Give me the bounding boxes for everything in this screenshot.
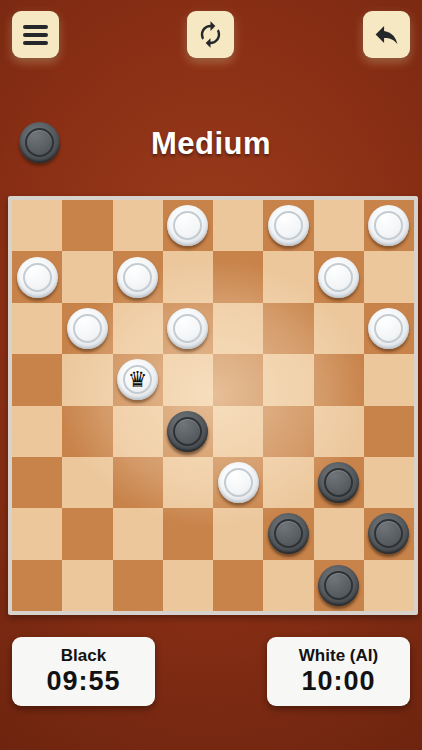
square-r0c3[interactable] <box>163 200 213 251</box>
square-r1c7 <box>364 251 414 302</box>
white-clock: White (AI) 10:00 <box>267 637 410 706</box>
checkers-board: ♛ <box>8 196 418 615</box>
square-r6c2 <box>113 508 163 559</box>
square-r6c1[interactable] <box>62 508 112 559</box>
difficulty-title: Medium <box>0 126 422 162</box>
board-grid: ♛ <box>12 200 414 611</box>
square-r5c1 <box>62 457 112 508</box>
square-r4c5[interactable] <box>263 406 313 457</box>
square-r2c2 <box>113 303 163 354</box>
black-man[interactable] <box>368 513 409 554</box>
square-r1c4[interactable] <box>213 251 263 302</box>
square-r3c5 <box>263 354 313 405</box>
white-man[interactable] <box>167 308 208 349</box>
white-man[interactable] <box>218 462 259 503</box>
square-r6c5[interactable] <box>263 508 313 559</box>
square-r6c3[interactable] <box>163 508 213 559</box>
square-r2c7[interactable] <box>364 303 414 354</box>
square-r4c7[interactable] <box>364 406 414 457</box>
square-r0c2 <box>113 200 163 251</box>
square-r6c7[interactable] <box>364 508 414 559</box>
white-man[interactable] <box>318 257 359 298</box>
black-clock: Black 09:55 <box>12 637 155 706</box>
square-r5c3 <box>163 457 213 508</box>
square-r7c7 <box>364 560 414 611</box>
square-r5c5 <box>263 457 313 508</box>
square-r0c0 <box>12 200 62 251</box>
square-r7c0[interactable] <box>12 560 62 611</box>
square-r1c5 <box>263 251 313 302</box>
square-r7c3 <box>163 560 213 611</box>
square-r3c4[interactable] <box>213 354 263 405</box>
hamburger-icon <box>23 25 48 45</box>
black-man[interactable] <box>268 513 309 554</box>
square-r2c4 <box>213 303 263 354</box>
white-man[interactable] <box>368 308 409 349</box>
square-r2c3[interactable] <box>163 303 213 354</box>
square-r4c0 <box>12 406 62 457</box>
square-r1c6[interactable] <box>314 251 364 302</box>
square-r5c6[interactable] <box>314 457 364 508</box>
square-r4c1[interactable] <box>62 406 112 457</box>
square-r0c7[interactable] <box>364 200 414 251</box>
square-r0c5[interactable] <box>263 200 313 251</box>
white-man[interactable] <box>67 308 108 349</box>
undo-button[interactable] <box>363 11 410 58</box>
square-r4c6 <box>314 406 364 457</box>
square-r3c0[interactable] <box>12 354 62 405</box>
square-r6c6 <box>314 508 364 559</box>
king-crown-icon: ♛ <box>117 359 158 400</box>
white-man[interactable] <box>268 205 309 246</box>
black-man[interactable] <box>318 462 359 503</box>
square-r6c0 <box>12 508 62 559</box>
black-man[interactable] <box>318 565 359 606</box>
square-r2c1[interactable] <box>62 303 112 354</box>
square-r2c0 <box>12 303 62 354</box>
square-r5c2[interactable] <box>113 457 163 508</box>
square-r5c4[interactable] <box>213 457 263 508</box>
square-r1c1 <box>62 251 112 302</box>
square-r5c7 <box>364 457 414 508</box>
white-king[interactable]: ♛ <box>117 359 158 400</box>
square-r0c4 <box>213 200 263 251</box>
square-r7c1 <box>62 560 112 611</box>
square-r3c7 <box>364 354 414 405</box>
square-r3c1 <box>62 354 112 405</box>
square-r1c3 <box>163 251 213 302</box>
square-r4c3[interactable] <box>163 406 213 457</box>
square-r2c6 <box>314 303 364 354</box>
square-r6c4 <box>213 508 263 559</box>
square-r0c1[interactable] <box>62 200 112 251</box>
restart-button[interactable] <box>187 11 234 58</box>
app-screen: Medium ♛ Black 09:55 White (AI) 10:00 <box>0 0 422 750</box>
square-r7c6[interactable] <box>314 560 364 611</box>
black-clock-time: 09:55 <box>12 666 155 697</box>
square-r3c2[interactable]: ♛ <box>113 354 163 405</box>
square-r1c2[interactable] <box>113 251 163 302</box>
square-r3c6[interactable] <box>314 354 364 405</box>
white-man[interactable] <box>167 205 208 246</box>
menu-button[interactable] <box>12 11 59 58</box>
square-r7c5 <box>263 560 313 611</box>
square-r4c2 <box>113 406 163 457</box>
square-r2c5[interactable] <box>263 303 313 354</box>
square-r3c3 <box>163 354 213 405</box>
black-clock-label: Black <box>12 646 155 666</box>
undo-arrow-icon <box>372 20 401 49</box>
square-r7c2[interactable] <box>113 560 163 611</box>
white-man[interactable] <box>368 205 409 246</box>
refresh-icon <box>196 20 225 49</box>
square-r0c6 <box>314 200 364 251</box>
square-r7c4[interactable] <box>213 560 263 611</box>
square-r5c0[interactable] <box>12 457 62 508</box>
turn-indicator-black-piece <box>19 122 60 163</box>
white-man[interactable] <box>117 257 158 298</box>
square-r1c0[interactable] <box>12 251 62 302</box>
square-r4c4 <box>213 406 263 457</box>
white-clock-label: White (AI) <box>267 646 410 666</box>
white-clock-time: 10:00 <box>267 666 410 697</box>
white-man[interactable] <box>17 257 58 298</box>
black-man[interactable] <box>167 411 208 452</box>
